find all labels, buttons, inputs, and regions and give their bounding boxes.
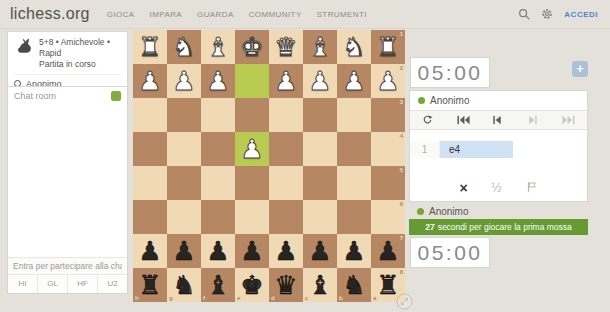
rank-label-8: 8 <box>400 269 403 275</box>
square-g6[interactable] <box>167 200 201 234</box>
last-move-icon[interactable] <box>562 115 575 125</box>
black-pawn: ♟ <box>308 238 331 264</box>
square-g3[interactable] <box>167 98 201 132</box>
chat-preset-gl[interactable]: GL <box>38 275 68 293</box>
white-rook: ♜ <box>138 34 161 60</box>
square-b8[interactable]: ♞b <box>337 268 371 302</box>
square-b7[interactable]: ♟ <box>337 234 371 268</box>
square-a3[interactable]: 3 <box>371 98 405 132</box>
white-pawn: ♟ <box>138 68 161 94</box>
square-g7[interactable]: ♟ <box>167 234 201 268</box>
square-f5[interactable] <box>201 166 235 200</box>
file-label-a: a <box>373 295 376 301</box>
square-e8[interactable]: ♚e <box>235 268 269 302</box>
square-c4[interactable] <box>303 132 337 166</box>
square-g5[interactable] <box>167 166 201 200</box>
white-bishop: ♝ <box>308 34 331 60</box>
white-king: ♚ <box>240 34 263 60</box>
white-pawn: ♟ <box>308 68 331 94</box>
square-d1[interactable]: ♛ <box>269 30 303 64</box>
square-g2[interactable]: ♟ <box>167 64 201 98</box>
chat-messages <box>8 105 127 257</box>
square-d5[interactable] <box>269 166 303 200</box>
square-a1[interactable]: ♜1 <box>371 30 405 64</box>
gear-icon[interactable] <box>541 8 553 20</box>
square-h3[interactable] <box>133 98 167 132</box>
square-h7[interactable]: ♟ <box>133 234 167 268</box>
nav-item-impara[interactable]: IMPARA <box>150 10 182 19</box>
game-summary: 5+8 • Amichevole • Rapid <box>39 37 110 58</box>
square-g4[interactable] <box>167 132 201 166</box>
white-queen: ♛ <box>274 34 297 60</box>
square-c6[interactable] <box>303 200 337 234</box>
file-label-g: g <box>169 295 173 301</box>
square-a4[interactable]: 4 <box>371 132 405 166</box>
square-e4[interactable]: ♟ <box>235 132 269 166</box>
square-d2[interactable]: ♟ <box>269 64 303 98</box>
square-h2[interactable]: ♟ <box>133 64 167 98</box>
square-g1[interactable]: ♞ <box>167 30 201 64</box>
nav-item-strumenti[interactable]: STRUMENTI <box>317 10 367 19</box>
white-rook: ♜ <box>376 34 399 60</box>
white-pawn: ♟ <box>172 68 195 94</box>
chat-panel: Chat room HI GL HF U2 <box>7 86 128 294</box>
square-h6[interactable] <box>133 200 167 234</box>
rank-label-3: 3 <box>400 99 403 105</box>
rapid-rabbit-icon <box>14 37 33 62</box>
nav-right: ACCEDI <box>518 8 598 20</box>
square-c3[interactable] <box>303 98 337 132</box>
black-pawn: ♟ <box>376 238 399 264</box>
square-a2[interactable]: ♟2 <box>371 64 405 98</box>
login-button[interactable]: ACCEDI <box>564 10 598 19</box>
white-pawn: ♟ <box>376 68 399 94</box>
square-e2[interactable] <box>235 64 269 98</box>
chat-preset-hf[interactable]: HF <box>68 275 98 293</box>
online-dot-icon <box>417 208 424 215</box>
previous-move-icon[interactable] <box>492 115 505 125</box>
lichess-game-page: lichess.org GIOCA IMPARA GUARDA COMMUNIT… <box>0 0 610 312</box>
square-b3[interactable] <box>337 98 371 132</box>
black-pawn: ♟ <box>206 238 229 264</box>
chat-preset-hi[interactable]: HI <box>8 275 38 293</box>
nav-item-community[interactable]: COMMUNITY <box>249 10 302 19</box>
top-player-clock: 05:00 <box>410 57 490 88</box>
rank-label-4: 4 <box>400 133 403 139</box>
black-knight: ♞ <box>172 272 195 298</box>
chat-title: Chat room <box>14 91 56 101</box>
rank-label-1: 1 <box>400 31 403 37</box>
white-pawn: ♟ <box>206 68 229 94</box>
game-side-panel: Anonimo 1 e4 <box>409 90 588 202</box>
move-white-e4[interactable]: e4 <box>440 141 514 158</box>
square-d8[interactable]: ♛d <box>269 268 303 302</box>
square-g8[interactable]: ♞g <box>167 268 201 302</box>
square-d4[interactable] <box>269 132 303 166</box>
black-knight: ♞ <box>342 272 365 298</box>
square-f3[interactable] <box>201 98 235 132</box>
rank-label-2: 2 <box>400 65 403 71</box>
square-f4[interactable] <box>201 132 235 166</box>
white-pawn: ♟ <box>274 68 297 94</box>
move-list: 1 e4 <box>410 130 587 176</box>
cycle-icon[interactable] <box>422 115 435 125</box>
chat-preset-u2[interactable]: U2 <box>98 275 127 293</box>
square-b4[interactable] <box>337 132 371 166</box>
first-move-icon[interactable] <box>457 115 470 125</box>
square-b6[interactable] <box>337 200 371 234</box>
black-pawn: ♟ <box>274 238 297 264</box>
top-player-name: Anonimo <box>430 95 469 106</box>
black-pawn: ♟ <box>138 238 161 264</box>
square-e6[interactable] <box>235 200 269 234</box>
timer-text: secondi per giocare la prima mossa <box>438 222 572 232</box>
square-f7[interactable]: ♟ <box>201 234 235 268</box>
lichess-logo[interactable]: lichess.org <box>10 5 90 23</box>
black-king: ♚ <box>240 272 263 298</box>
square-d3[interactable] <box>269 98 303 132</box>
square-e7[interactable]: ♟ <box>235 234 269 268</box>
square-f2[interactable]: ♟ <box>201 64 235 98</box>
file-label-e: e <box>237 295 240 301</box>
file-label-b: b <box>339 295 343 301</box>
game-status: Partita in corso <box>39 59 96 69</box>
black-bishop: ♝ <box>206 272 229 298</box>
white-knight: ♞ <box>342 34 365 60</box>
abort-icon[interactable]: × <box>459 181 467 195</box>
timer-seconds: 27 <box>425 222 434 232</box>
bottom-player-clock: 05:00 <box>410 237 490 268</box>
online-dot-icon <box>418 97 425 104</box>
first-move-timer-banner: 27 secondi per giocare la prima mossa <box>409 219 588 235</box>
white-pawn: ♟ <box>342 68 365 94</box>
game-meta: 5+8 • Amichevole • Rapid Partita in cors… <box>39 37 121 70</box>
chat-presets: HI GL HF U2 <box>8 274 127 293</box>
square-c8[interactable]: ♝c <box>303 268 337 302</box>
white-knight: ♞ <box>172 34 195 60</box>
file-label-h: h <box>135 295 139 301</box>
replay-controls <box>410 110 587 130</box>
rank-label-5: 5 <box>400 167 403 173</box>
bottom-player-name: Anonimo <box>429 206 468 217</box>
square-c7[interactable]: ♟ <box>303 234 337 268</box>
white-bishop: ♝ <box>206 34 229 60</box>
nav-item-gioca[interactable]: GIOCA <box>107 10 135 19</box>
file-label-d: d <box>271 295 275 301</box>
square-f6[interactable] <box>201 200 235 234</box>
move-row-1: 1 e4 <box>410 141 587 158</box>
square-h8[interactable]: ♜h <box>133 268 167 302</box>
square-e1[interactable]: ♚ <box>235 30 269 64</box>
black-rook: ♜ <box>138 272 161 298</box>
nav-menu: GIOCA IMPARA GUARDA COMMUNITY STRUMENTI <box>107 10 367 19</box>
square-d7[interactable]: ♟ <box>269 234 303 268</box>
top-nav: lichess.org GIOCA IMPARA GUARDA COMMUNIT… <box>0 0 610 29</box>
next-move-icon[interactable] <box>527 115 540 125</box>
board-resize-handle[interactable] <box>396 293 413 310</box>
square-b1[interactable]: ♞ <box>337 30 371 64</box>
black-bishop: ♝ <box>308 272 331 298</box>
search-icon[interactable] <box>518 8 530 20</box>
square-a6[interactable]: 6 <box>371 200 405 234</box>
move-number: 1 <box>410 141 440 158</box>
rank-label-7: 7 <box>400 235 403 241</box>
resign-flag-icon[interactable] <box>526 181 538 195</box>
square-a5[interactable]: 5 <box>371 166 405 200</box>
square-c1[interactable]: ♝ <box>303 30 337 64</box>
white-pawn: ♟ <box>240 136 263 162</box>
square-h5[interactable] <box>133 166 167 200</box>
top-player-row[interactable]: Anonimo <box>410 91 587 110</box>
square-h4[interactable] <box>133 132 167 166</box>
chess-board[interactable]: ♜♞♝♚♛♝♞♜1♟♟♟♟♟♟♟23♟456♟♟♟♟♟♟♟♟7♜h♞g♝f♚e♛… <box>133 30 405 302</box>
black-queen: ♛ <box>274 272 297 298</box>
square-c2[interactable]: ♟ <box>303 64 337 98</box>
square-e5[interactable] <box>235 166 269 200</box>
square-f1[interactable]: ♝ <box>201 30 235 64</box>
nav-item-guarda[interactable]: GUARDA <box>197 10 234 19</box>
file-label-c: c <box>305 295 308 301</box>
black-pawn: ♟ <box>172 238 195 264</box>
square-c5[interactable] <box>303 166 337 200</box>
move-black-empty <box>513 141 587 158</box>
chat-input[interactable] <box>8 257 127 274</box>
black-pawn: ♟ <box>240 238 263 264</box>
draw-offer-icon[interactable]: ½ <box>492 182 502 194</box>
chat-toggle[interactable] <box>111 91 121 101</box>
rank-label-6: 6 <box>400 201 403 207</box>
square-a7[interactable]: ♟7 <box>371 234 405 268</box>
square-d6[interactable] <box>269 200 303 234</box>
black-pawn: ♟ <box>342 238 365 264</box>
square-b5[interactable] <box>337 166 371 200</box>
file-label-f: f <box>203 295 205 301</box>
square-b2[interactable]: ♟ <box>337 64 371 98</box>
square-e3[interactable] <box>235 98 269 132</box>
square-f8[interactable]: ♝f <box>201 268 235 302</box>
game-actions: × ½ <box>410 176 587 202</box>
square-h1[interactable]: ♜ <box>133 30 167 64</box>
plus-icon[interactable]: + <box>572 61 588 77</box>
